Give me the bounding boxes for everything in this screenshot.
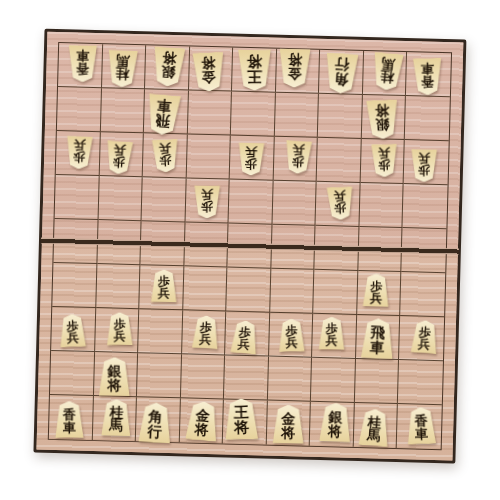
piece-kanji: 王 [234, 405, 249, 420]
board-cell[interactable]: 歩兵 [399, 316, 444, 361]
board-cell[interactable]: 香車 [58, 43, 103, 88]
piece-kanji: 金 [287, 66, 301, 80]
board-cell[interactable] [403, 184, 448, 229]
piece-kanji: 将 [375, 103, 390, 118]
piece-shadow-wrapper: 歩兵 [316, 182, 360, 226]
board-cell[interactable] [229, 180, 274, 225]
piece-shadow-wrapper: 歩兵 [143, 133, 187, 177]
board-cell[interactable]: 銀将 [310, 402, 355, 447]
piece-kanji: 飛 [370, 325, 385, 340]
shogi-piece-pawn-gote[interactable]: 歩兵 [325, 186, 355, 220]
piece-kanji: 兵 [159, 142, 171, 154]
piece-kanji: 兵 [246, 145, 258, 157]
board-cell[interactable] [57, 87, 102, 132]
board-cell[interactable] [318, 94, 363, 139]
piece-kanji: 兵 [199, 333, 212, 346]
piece-kanji: 車 [370, 339, 385, 354]
shogi-piece-gold-sente[interactable]: 金将 [271, 404, 306, 443]
piece-kanji: 歩 [239, 325, 252, 338]
shogi-piece-king-gote[interactable]: 王将 [236, 49, 273, 90]
piece-shadow-wrapper: 王将 [232, 48, 276, 92]
shogi-piece-pawn-sente[interactable]: 歩兵 [58, 313, 88, 347]
piece-kanji: 歩 [245, 157, 257, 169]
piece-shadow-wrapper: 桂馬 [354, 403, 398, 448]
board-cell[interactable]: 銀将 [145, 45, 190, 90]
piece-shadow-wrapper: 歩兵 [95, 308, 139, 352]
piece-kanji: 将 [194, 422, 209, 437]
piece-kanji: 歩 [418, 164, 430, 176]
piece-kanji: 兵 [201, 188, 213, 200]
piece-kanji: 歩 [112, 155, 125, 168]
board-cell[interactable]: 歩兵 [273, 137, 318, 182]
board-cell[interactable]: 歩兵 [185, 178, 230, 223]
piece-kanji: 兵 [67, 331, 79, 343]
board-cell[interactable]: 桂馬 [354, 403, 399, 448]
piece-shadow-wrapper: 金将 [276, 49, 320, 93]
piece-kanji: 桂 [115, 66, 129, 80]
piece-kanji: 将 [288, 52, 302, 66]
piece-kanji: 車 [63, 421, 76, 434]
piece-kanji: 歩 [113, 318, 125, 330]
board-cell[interactable]: 歩兵 [230, 136, 275, 181]
piece-kanji: 王 [248, 68, 263, 83]
piece-shadow-wrapper: 歩兵 [399, 316, 444, 360]
piece-kanji: 角 [148, 409, 163, 424]
piece-kanji: 車 [421, 62, 434, 75]
piece-kanji: 将 [281, 426, 295, 440]
piece-kanji: 兵 [238, 337, 251, 350]
piece-kanji: 歩 [285, 324, 297, 336]
board-cell[interactable]: 香車 [49, 395, 94, 440]
piece-shadow-wrapper: 香車 [397, 404, 442, 449]
board-cell[interactable] [268, 357, 313, 402]
board-cell[interactable] [405, 96, 450, 141]
shogi-piece-silver-gote[interactable]: 銀将 [364, 99, 400, 139]
piece-kanji: 銀 [107, 363, 121, 377]
piece-shadow-wrapper: 金将 [266, 401, 310, 446]
board-cell[interactable]: 香車 [397, 404, 442, 449]
board-cell[interactable]: 歩兵 [357, 271, 402, 316]
shogi-piece-pawn-sente[interactable]: 歩兵 [150, 269, 179, 302]
shogi-piece-gold-gote[interactable]: 金将 [190, 51, 226, 91]
board-cell[interactable]: 歩兵 [360, 139, 405, 184]
board-cell[interactable] [401, 272, 446, 317]
board-cell[interactable] [317, 138, 362, 183]
shogi-piece-knight-sente[interactable]: 桂馬 [99, 399, 133, 437]
board-cell[interactable]: 金将 [276, 49, 321, 94]
shogi-piece-pawn-sente[interactable]: 歩兵 [361, 273, 391, 307]
board-cell[interactable] [272, 181, 317, 226]
board-cell[interactable]: 飛車 [144, 89, 189, 134]
product-photo: 香車桂馬銀将金将王将金将角行桂馬香車飛車銀将歩兵歩兵歩兵歩兵歩兵歩兵歩兵歩兵歩兵… [0, 0, 500, 500]
board-cell[interactable]: 歩兵 [95, 308, 140, 353]
piece-shadow-wrapper: 歩兵 [404, 140, 449, 184]
piece-shadow-wrapper: 飛車 [356, 315, 400, 359]
board-cell[interactable] [96, 264, 141, 309]
piece-kanji: 歩 [419, 325, 432, 338]
piece-shadow-wrapper: 桂馬 [363, 51, 407, 95]
piece-kanji: 馬 [381, 56, 396, 71]
board-cell[interactable]: 角行 [136, 397, 181, 442]
board-cell[interactable]: 歩兵 [225, 311, 270, 356]
board-cell[interactable]: 王将 [223, 399, 268, 444]
board-cell[interactable] [231, 92, 276, 137]
piece-shadow-wrapper: 角行 [319, 50, 363, 94]
piece-kanji: 行 [147, 424, 162, 439]
piece-kanji: 金 [201, 70, 216, 85]
piece-kanji: 馬 [116, 53, 130, 67]
board-cell[interactable]: 歩兵 [56, 131, 101, 176]
board-cell[interactable] [181, 354, 226, 399]
piece-shadow-wrapper: 銀将 [94, 352, 138, 396]
board-cell[interactable]: 王将 [232, 48, 277, 93]
board-cell[interactable] [55, 175, 100, 220]
piece-kanji: 飛 [155, 112, 171, 128]
shogi-piece-pawn-gote[interactable]: 歩兵 [237, 142, 267, 176]
piece-shadow-wrapper: 銀将 [145, 45, 189, 89]
board-cell[interactable]: 銀将 [93, 352, 138, 397]
piece-kanji: 将 [162, 50, 177, 65]
shogi-piece-pawn-gote[interactable]: 歩兵 [370, 143, 400, 177]
piece-kanji: 歩 [292, 155, 305, 168]
piece-kanji: 歩 [160, 154, 172, 166]
piece-kanji: 歩 [158, 275, 170, 287]
piece-shadow-wrapper: 歩兵 [357, 271, 401, 315]
piece-kanji: 車 [415, 427, 428, 440]
shogi-piece-pawn-sente[interactable]: 歩兵 [105, 312, 134, 345]
board-cell[interactable]: 歩兵 [316, 182, 361, 227]
board-cell[interactable]: 香車 [406, 52, 451, 97]
piece-kanji: 香 [415, 414, 428, 427]
shogi-piece-pawn-gote[interactable]: 歩兵 [283, 140, 314, 175]
piece-shadow-wrapper: 金将 [179, 398, 223, 443]
piece-kanji: 将 [107, 377, 121, 391]
piece-kanji: 歩 [200, 321, 213, 334]
board-cell[interactable]: 歩兵 [99, 132, 144, 177]
shogi-piece-silver-gote[interactable]: 銀将 [150, 46, 188, 87]
board-cell[interactable]: 歩兵 [139, 265, 184, 310]
board-cell[interactable]: 歩兵 [51, 307, 96, 352]
piece-kanji: 将 [327, 424, 342, 439]
piece-shadow-wrapper: 歩兵 [361, 139, 405, 183]
board-cell[interactable]: 桂馬 [102, 44, 147, 89]
board-cell[interactable]: 歩兵 [404, 140, 449, 185]
shogi-piece-lance-gote[interactable]: 香車 [67, 44, 99, 81]
board-cell[interactable] [187, 90, 232, 135]
piece-kanji: 歩 [370, 279, 382, 291]
piece-shadow-wrapper: 歩兵 [56, 131, 100, 175]
piece-kanji: 兵 [286, 336, 298, 348]
shogi-piece-pawn-sente[interactable]: 歩兵 [277, 318, 307, 352]
piece-shadow-wrapper: 銀将 [310, 402, 354, 447]
piece-kanji: 銀 [161, 64, 176, 79]
piece-kanji: 金 [281, 412, 295, 426]
board-cell[interactable] [137, 353, 182, 398]
board-cell[interactable]: 歩兵 [143, 133, 188, 178]
piece-kanji: 歩 [378, 158, 390, 170]
shogi-piece-knight-gote[interactable]: 桂馬 [105, 49, 140, 87]
shogi-board: 香車桂馬銀将金将王将金将角行桂馬香車飛車銀将歩兵歩兵歩兵歩兵歩兵歩兵歩兵歩兵歩兵… [33, 29, 466, 464]
board-cell[interactable]: 桂馬 [363, 51, 408, 96]
piece-shadow-wrapper: 歩兵 [51, 307, 95, 351]
shogi-piece-pawn-gote[interactable]: 歩兵 [151, 138, 181, 172]
shogi-piece-king-sente[interactable]: 王将 [223, 398, 261, 440]
piece-kanji: 車 [157, 98, 173, 114]
shogi-piece-rook-gote[interactable]: 飛車 [144, 93, 183, 136]
piece-kanji: 歩 [201, 200, 213, 212]
piece-kanji: 兵 [292, 143, 305, 156]
board-cell[interactable] [359, 183, 404, 228]
board-cell[interactable]: 歩兵 [182, 310, 227, 355]
piece-kanji: 角 [333, 71, 348, 86]
board-cell[interactable] [50, 351, 95, 396]
board-cell[interactable] [224, 355, 269, 400]
board-cell[interactable]: 金将 [179, 398, 224, 443]
shogi-piece-pawn-sente[interactable]: 歩兵 [190, 314, 221, 349]
piece-shadow-wrapper: 金将 [189, 46, 233, 90]
piece-shadow-wrapper: 歩兵 [230, 136, 274, 180]
board-cell[interactable]: 歩兵 [312, 314, 357, 359]
board-cell[interactable]: 金将 [266, 401, 311, 446]
shogi-piece-pawn-sente[interactable]: 歩兵 [317, 316, 346, 349]
board-cell[interactable] [226, 267, 271, 312]
shogi-piece-bishop-sente[interactable]: 角行 [137, 402, 175, 444]
piece-kanji: 兵 [325, 334, 337, 346]
board-cell[interactable] [398, 360, 443, 405]
piece-shadow-wrapper: 桂馬 [92, 396, 136, 441]
piece-kanji: 将 [234, 420, 249, 435]
piece-shadow-wrapper: 歩兵 [225, 311, 269, 355]
piece-kanji: 車 [76, 49, 89, 62]
board-cell[interactable]: 飛車 [356, 315, 401, 360]
piece-kanji: 兵 [333, 189, 345, 201]
piece-kanji: 兵 [418, 152, 430, 164]
piece-kanji: 兵 [74, 138, 86, 150]
piece-shadow-wrapper: 歩兵 [182, 310, 226, 354]
piece-kanji: 歩 [73, 150, 85, 162]
board-cell[interactable]: 歩兵 [269, 313, 314, 358]
piece-shadow-wrapper: 歩兵 [99, 132, 143, 176]
board-cell[interactable] [311, 358, 356, 403]
board-cell[interactable]: 角行 [319, 50, 364, 95]
piece-shadow-wrapper: 角行 [136, 397, 180, 442]
shogi-piece-pawn-gote[interactable]: 歩兵 [410, 148, 439, 181]
piece-kanji: 兵 [158, 287, 170, 299]
piece-shadow-wrapper: 歩兵 [273, 137, 317, 181]
shogi-piece-pawn-gote[interactable]: 歩兵 [64, 135, 94, 169]
piece-kanji: 歩 [67, 319, 79, 331]
piece-kanji: 兵 [378, 146, 390, 158]
piece-kanji: 歩 [334, 201, 346, 213]
shogi-piece-gold-gote[interactable]: 金将 [277, 48, 313, 88]
board-cell[interactable] [52, 263, 97, 308]
shogi-piece-knight-sente[interactable]: 桂馬 [357, 408, 393, 447]
piece-kanji: 兵 [370, 291, 382, 303]
piece-shadow-wrapper: 歩兵 [139, 265, 183, 309]
shogi-piece-lance-sente[interactable]: 香車 [405, 407, 438, 445]
piece-kanji: 桂 [380, 69, 395, 84]
piece-kanji: 銀 [375, 117, 390, 132]
piece-shadow-wrapper: 桂馬 [102, 44, 146, 88]
board-cell[interactable] [100, 88, 145, 133]
board-cell[interactable] [142, 177, 187, 222]
piece-kanji: 香 [63, 408, 76, 421]
piece-kanji: 金 [195, 408, 210, 423]
board-cell[interactable] [138, 309, 183, 354]
board-cell[interactable] [275, 93, 320, 138]
board-cell[interactable] [186, 134, 231, 179]
piece-kanji: 行 [334, 57, 349, 72]
board-cell[interactable] [270, 269, 315, 314]
piece-kanji: 香 [76, 62, 89, 75]
piece-kanji: 兵 [113, 143, 126, 156]
shogi-piece-lance-gote[interactable]: 香車 [411, 57, 444, 95]
piece-kanji: 銀 [328, 410, 343, 425]
piece-shadow-wrapper: 歩兵 [312, 314, 356, 358]
piece-kanji: 兵 [418, 337, 431, 350]
board-cell[interactable] [355, 359, 400, 404]
board-cell[interactable]: 銀将 [362, 95, 407, 140]
piece-kanji: 歩 [325, 322, 337, 334]
board-tilt-wrapper: 香車桂馬銀将金将王将金将角行桂馬香車飛車銀将歩兵歩兵歩兵歩兵歩兵歩兵歩兵歩兵歩兵… [34, 29, 461, 458]
piece-shadow-wrapper: 飛車 [144, 89, 188, 133]
board-cell[interactable]: 金将 [189, 46, 234, 91]
shogi-piece-pawn-sente[interactable]: 歩兵 [229, 319, 261, 354]
shogi-piece-silver-sente[interactable]: 銀将 [317, 402, 354, 442]
shogi-piece-knight-gote[interactable]: 桂馬 [370, 51, 406, 91]
board-cell[interactable]: 桂馬 [92, 396, 137, 441]
shogi-piece-rook-sente[interactable]: 飛車 [359, 317, 397, 358]
piece-shadow-wrapper: 銀将 [362, 95, 406, 139]
shogi-piece-gold-sente[interactable]: 金将 [183, 400, 221, 442]
shogi-piece-silver-sente[interactable]: 銀将 [97, 356, 132, 395]
piece-kanji: 桂 [109, 405, 123, 419]
piece-shadow-wrapper: 香車 [406, 52, 451, 96]
piece-kanji: 馬 [367, 428, 381, 442]
board-cell[interactable] [313, 270, 358, 315]
shogi-piece-bishop-gote[interactable]: 角行 [322, 52, 360, 94]
piece-kanji: 将 [247, 53, 262, 68]
piece-shadow-wrapper: 歩兵 [269, 313, 313, 357]
board-cell[interactable] [183, 266, 228, 311]
piece-kanji: 桂 [368, 415, 382, 429]
board-cell[interactable] [98, 176, 143, 221]
shogi-piece-pawn-gote[interactable]: 歩兵 [192, 185, 221, 218]
piece-shadow-wrapper: 香車 [58, 43, 102, 87]
piece-kanji: 将 [201, 56, 216, 71]
piece-shadow-wrapper: 歩兵 [185, 178, 229, 222]
shogi-piece-lance-sente[interactable]: 香車 [53, 401, 85, 438]
shogi-piece-pawn-gote[interactable]: 歩兵 [103, 140, 134, 175]
piece-kanji: 馬 [109, 419, 123, 433]
piece-kanji: 兵 [114, 330, 126, 342]
piece-kanji: 香 [421, 75, 434, 88]
piece-shadow-wrapper: 香車 [49, 395, 93, 440]
shogi-piece-pawn-sente[interactable]: 歩兵 [409, 319, 440, 354]
piece-shadow-wrapper: 王将 [223, 399, 267, 444]
